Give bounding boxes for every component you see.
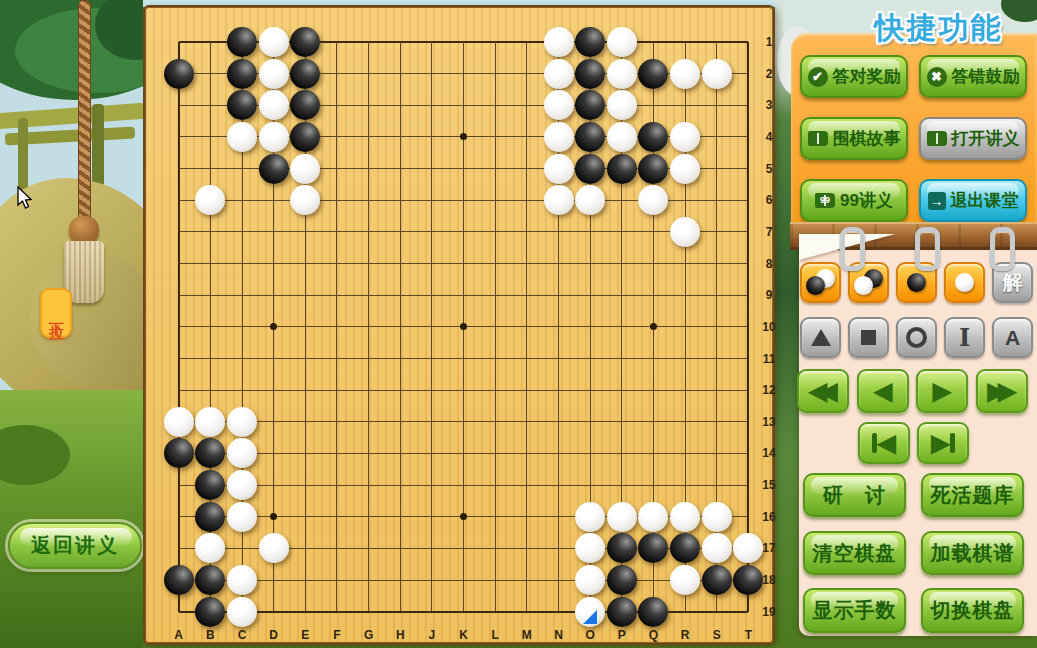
stone-white[interactable] — [259, 27, 289, 57]
mouse-cursor-icon — [17, 186, 33, 210]
back-to-lecture-button[interactable]: 返回讲义 — [8, 522, 142, 569]
stone-white[interactable] — [575, 533, 605, 563]
lecture-99-button[interactable]: 99 99讲义 — [800, 179, 908, 222]
stone-white[interactable] — [290, 185, 320, 215]
stone-black[interactable] — [164, 438, 194, 468]
grid-line — [179, 358, 749, 359]
stone-black[interactable] — [575, 90, 605, 120]
to-start-button[interactable]: ◀ — [858, 422, 910, 464]
stone-black[interactable] — [607, 565, 637, 595]
column-label: N — [549, 628, 569, 642]
row-label: 12 — [757, 383, 781, 397]
stone-black[interactable] — [227, 90, 257, 120]
stone-white[interactable] — [702, 502, 732, 532]
column-label: M — [517, 628, 537, 642]
star-point — [460, 513, 467, 520]
row-label: 11 — [757, 352, 781, 366]
black-stone-icon — [907, 273, 926, 292]
letter-icon: A — [1005, 326, 1020, 350]
stone-black[interactable] — [227, 59, 257, 89]
star-point — [460, 133, 467, 140]
stone-white[interactable] — [259, 122, 289, 152]
column-label: L — [485, 628, 505, 642]
stone-black[interactable] — [227, 27, 257, 57]
row-label: 10 — [757, 320, 781, 334]
row-label: 7 — [757, 225, 781, 239]
back-button-label: 返回讲义 — [31, 532, 119, 559]
action-label: 研 讨 — [823, 482, 886, 509]
stone-black[interactable] — [607, 154, 637, 184]
cross-icon: ✖ — [927, 67, 947, 87]
stone-white[interactable] — [544, 27, 574, 57]
stone-black[interactable] — [575, 154, 605, 184]
row-label: 16 — [757, 510, 781, 524]
clear-board-button[interactable]: 清空棋盘 — [803, 531, 906, 575]
next-move-button[interactable]: ▶ — [916, 369, 968, 413]
stone-white[interactable] — [544, 90, 574, 120]
stone-white[interactable] — [702, 59, 732, 89]
marker-numeral-button[interactable]: I — [944, 317, 985, 358]
column-label: G — [359, 628, 379, 642]
stone-white[interactable] — [259, 533, 289, 563]
row-label: 13 — [757, 415, 781, 429]
solve-label: 解 — [1003, 269, 1023, 296]
stone-black[interactable] — [290, 59, 320, 89]
stone-white[interactable] — [607, 27, 637, 57]
stone-black[interactable] — [195, 502, 225, 532]
column-label: O — [580, 628, 600, 642]
binder-ring — [840, 227, 865, 271]
stone-white[interactable] — [607, 59, 637, 89]
stone-white[interactable] — [290, 154, 320, 184]
row-label: 1 — [757, 35, 781, 49]
stone-black[interactable] — [638, 154, 668, 184]
pull-down-tab[interactable]: 下拉 — [40, 288, 72, 338]
stone-white[interactable] — [544, 185, 574, 215]
stone-black[interactable] — [290, 27, 320, 57]
tool-black-white-alternate-button[interactable] — [800, 262, 841, 303]
previous-move-button[interactable]: ◀ — [857, 369, 909, 413]
book-icon — [808, 131, 828, 146]
column-label: J — [422, 628, 442, 642]
stone-white[interactable] — [544, 122, 574, 152]
action-label: 切换棋盘 — [931, 597, 1015, 624]
stone-white[interactable] — [259, 59, 289, 89]
stone-black[interactable] — [164, 59, 194, 89]
open-book-icon — [927, 131, 947, 146]
stone-white[interactable] — [575, 597, 605, 627]
exit-icon: → — [928, 192, 946, 210]
grid-line — [747, 42, 749, 612]
row-label: 3 — [757, 98, 781, 112]
correct-answer-reward-button[interactable]: ✔ 答对奖励 — [800, 55, 908, 98]
grid-line — [179, 390, 749, 391]
stone-white[interactable] — [227, 438, 257, 468]
column-label: Q — [643, 628, 663, 642]
black-stone-icon — [806, 276, 825, 295]
column-label: B — [200, 628, 220, 642]
stone-black[interactable] — [290, 90, 320, 120]
fast-forward-icon: ▶▶ — [988, 377, 1009, 405]
stone-white[interactable] — [607, 502, 637, 532]
grid-line — [495, 42, 496, 612]
button-label: 打开讲义 — [952, 127, 1020, 150]
switch-board-button[interactable]: 切换棋盘 — [921, 588, 1024, 633]
grid-line — [526, 42, 527, 612]
stone-black[interactable] — [575, 59, 605, 89]
stone-white[interactable] — [227, 470, 257, 500]
white-stone-icon — [955, 273, 974, 292]
stone-white[interactable] — [164, 407, 194, 437]
current-move-marker — [583, 610, 597, 624]
binder-ring — [915, 227, 940, 271]
stone-white[interactable] — [575, 185, 605, 215]
stone-white[interactable] — [670, 154, 700, 184]
book-99-badge: 99 — [815, 195, 835, 205]
star-point — [270, 323, 277, 330]
row-label: 4 — [757, 130, 781, 144]
stone-black[interactable] — [575, 27, 605, 57]
stone-white[interactable] — [544, 59, 574, 89]
button-label: 99讲义 — [840, 189, 893, 212]
stone-white[interactable] — [670, 502, 700, 532]
binder-ring — [990, 227, 1015, 271]
button-label: 退出课堂 — [951, 189, 1019, 212]
stone-black[interactable] — [670, 533, 700, 563]
stone-black[interactable] — [638, 122, 668, 152]
stone-black[interactable] — [195, 470, 225, 500]
marker-triangle-button[interactable] — [800, 317, 841, 358]
fast-forward-button[interactable]: ▶▶ — [976, 369, 1028, 413]
hanging-rope[interactable] — [78, 0, 91, 224]
research-button[interactable]: 研 讨 — [803, 473, 906, 517]
stone-white[interactable] — [195, 185, 225, 215]
stone-black[interactable] — [702, 565, 732, 595]
column-label: D — [264, 628, 284, 642]
stone-white[interactable] — [227, 502, 257, 532]
marker-circle-button[interactable] — [896, 317, 937, 358]
column-label: R — [675, 628, 695, 642]
star-point — [460, 323, 467, 330]
button-label: 答错鼓励 — [952, 65, 1020, 88]
next-icon: ▶ — [933, 377, 951, 405]
stone-white[interactable] — [227, 122, 257, 152]
stone-black[interactable] — [195, 597, 225, 627]
go-stories-button[interactable]: 围棋故事 — [800, 117, 908, 160]
stone-black[interactable] — [638, 59, 668, 89]
stone-white[interactable] — [227, 407, 257, 437]
stone-white[interactable] — [259, 90, 289, 120]
stone-black[interactable] — [290, 122, 320, 152]
show-move-numbers-button[interactable]: 显示手数 — [803, 588, 906, 633]
square-icon — [861, 330, 876, 345]
stone-black[interactable] — [638, 597, 668, 627]
column-label: C — [232, 628, 252, 642]
stone-black[interactable] — [607, 597, 637, 627]
column-label: A — [169, 628, 189, 642]
quick-panel-title: 快捷功能 — [840, 8, 1037, 49]
stone-white[interactable] — [575, 565, 605, 595]
grid-line — [179, 421, 749, 422]
button-label: 围棋故事 — [833, 127, 901, 150]
pull-down-label: 下拉 — [47, 311, 66, 315]
stone-white[interactable] — [670, 217, 700, 247]
row-label: 2 — [757, 67, 781, 81]
column-label: S — [707, 628, 727, 642]
stone-black[interactable] — [733, 565, 763, 595]
row-label: 15 — [757, 478, 781, 492]
stone-black[interactable] — [195, 565, 225, 595]
button-label: 答对奖励 — [833, 65, 901, 88]
row-label: 8 — [757, 257, 781, 271]
stone-white[interactable] — [670, 122, 700, 152]
stone-white[interactable] — [227, 565, 257, 595]
grid-line — [179, 453, 749, 454]
stone-white[interactable] — [195, 533, 225, 563]
action-label: 加载棋谱 — [931, 540, 1015, 567]
white-stone-icon — [854, 276, 873, 295]
stone-white[interactable] — [702, 533, 732, 563]
to-start-icon: ◀ — [877, 429, 895, 457]
stone-black[interactable] — [638, 533, 668, 563]
column-label: E — [295, 628, 315, 642]
book-99-icon: 99 — [815, 193, 835, 208]
wrong-answer-encourage-button[interactable]: ✖ 答错鼓励 — [919, 55, 1027, 98]
stone-white[interactable] — [607, 90, 637, 120]
triangle-icon — [811, 329, 831, 346]
star-point — [650, 323, 657, 330]
open-lecture-button[interactable]: 打开讲义 — [919, 117, 1027, 160]
bar-icon — [950, 433, 955, 453]
go-board[interactable]: A1B2C3D4E5F6G7H8J9K10L11M12N13O14P15Q16R… — [143, 5, 775, 645]
grid-line — [179, 485, 749, 486]
marker-square-button[interactable] — [848, 317, 889, 358]
column-label: P — [612, 628, 632, 642]
stone-black[interactable] — [259, 154, 289, 184]
app: A1B2C3D4E5F6G7H8J9K10L11M12N13O14P15Q16R… — [0, 0, 1037, 648]
previous-icon: ◀ — [874, 377, 892, 405]
tool-white-stone-button[interactable] — [944, 262, 985, 303]
row-label: 19 — [757, 605, 781, 619]
check-icon: ✔ — [808, 67, 828, 87]
stone-black[interactable] — [575, 122, 605, 152]
stone-white[interactable] — [638, 502, 668, 532]
stone-white[interactable] — [733, 533, 763, 563]
stone-white[interactable] — [670, 59, 700, 89]
tassel-knob[interactable] — [69, 216, 99, 244]
stone-white[interactable] — [227, 597, 257, 627]
row-label: 9 — [757, 288, 781, 302]
numeral-icon: I — [959, 323, 970, 352]
column-label: H — [390, 628, 410, 642]
column-label: K — [454, 628, 474, 642]
column-label: F — [327, 628, 347, 642]
column-label: T — [738, 628, 758, 642]
stone-black[interactable] — [607, 533, 637, 563]
stone-white[interactable] — [670, 565, 700, 595]
stone-white[interactable] — [195, 407, 225, 437]
load-game-record-button[interactable]: 加载棋谱 — [921, 531, 1024, 575]
marker-letter-button[interactable]: A — [992, 317, 1033, 358]
action-label: 死活题库 — [931, 482, 1015, 509]
stone-white[interactable] — [575, 502, 605, 532]
row-label: 14 — [757, 446, 781, 460]
row-label: 5 — [757, 162, 781, 176]
stone-white[interactable] — [544, 154, 574, 184]
action-label: 显示手数 — [813, 597, 897, 624]
stone-white[interactable] — [607, 122, 637, 152]
grid-line — [179, 580, 749, 581]
rewind-icon: ◀◀ — [809, 377, 830, 405]
to-end-button[interactable]: ▶ — [917, 422, 969, 464]
circle-icon — [906, 327, 927, 348]
stone-white[interactable] — [638, 185, 668, 215]
stone-black[interactable] — [195, 438, 225, 468]
rewind-button[interactable]: ◀◀ — [797, 369, 849, 413]
stone-black[interactable] — [164, 565, 194, 595]
to-end-icon: ▶ — [931, 429, 949, 457]
action-label: 清空棋盘 — [813, 540, 897, 567]
life-death-library-button[interactable]: 死活题库 — [921, 473, 1024, 517]
row-label: 6 — [757, 193, 781, 207]
left-scene: 下拉 返回讲义 — [0, 0, 143, 648]
star-point — [270, 513, 277, 520]
exit-classroom-button[interactable]: → 退出课堂 — [919, 179, 1027, 222]
